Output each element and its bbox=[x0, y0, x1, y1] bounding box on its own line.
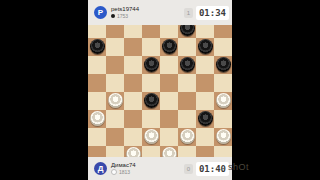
square-e7[interactable] bbox=[160, 38, 178, 56]
square-g4[interactable] bbox=[196, 92, 214, 110]
square-h7[interactable] bbox=[214, 38, 232, 56]
player-clock: 01:40 bbox=[196, 162, 229, 176]
white-man-d2[interactable] bbox=[144, 129, 159, 144]
opponent-info: pets19744 1753 bbox=[111, 6, 184, 19]
square-h3[interactable] bbox=[214, 110, 232, 128]
player-name: Димас74 bbox=[111, 162, 184, 168]
square-e6[interactable] bbox=[160, 56, 178, 74]
square-b3[interactable] bbox=[106, 110, 124, 128]
square-d7[interactable] bbox=[142, 38, 160, 56]
white-man-f2[interactable] bbox=[180, 129, 195, 144]
square-a7[interactable] bbox=[88, 38, 106, 56]
square-c2[interactable] bbox=[124, 128, 142, 146]
square-g5[interactable] bbox=[196, 74, 214, 92]
square-a5[interactable] bbox=[88, 74, 106, 92]
square-b6[interactable] bbox=[106, 56, 124, 74]
square-d3[interactable] bbox=[142, 110, 160, 128]
square-c6[interactable] bbox=[124, 56, 142, 74]
square-g3[interactable] bbox=[196, 110, 214, 128]
white-man-b4[interactable] bbox=[108, 93, 123, 108]
player-rating: 1813 bbox=[119, 170, 130, 175]
black-man-e7[interactable] bbox=[162, 39, 177, 54]
square-g6[interactable] bbox=[196, 56, 214, 74]
square-b7[interactable] bbox=[106, 38, 124, 56]
watermark: shOt bbox=[228, 162, 249, 172]
black-man-d4[interactable] bbox=[144, 93, 159, 108]
square-d2[interactable] bbox=[142, 128, 160, 146]
square-a6[interactable] bbox=[88, 56, 106, 74]
opponent-bar: P pets19744 1753 1 01:34 bbox=[88, 0, 232, 25]
square-f4[interactable] bbox=[178, 92, 196, 110]
square-d5[interactable] bbox=[142, 74, 160, 92]
square-c4[interactable] bbox=[124, 92, 142, 110]
game-video-area: P pets19744 1753 1 01:34 Д Димас74 1813 … bbox=[88, 0, 232, 180]
square-h2[interactable] bbox=[214, 128, 232, 146]
player-score-badge: 0 bbox=[184, 164, 193, 174]
checkers-board[interactable] bbox=[88, 20, 232, 164]
square-a2[interactable] bbox=[88, 128, 106, 146]
opponent-avatar[interactable]: P bbox=[94, 6, 107, 19]
black-man-d6[interactable] bbox=[144, 57, 159, 72]
square-f5[interactable] bbox=[178, 74, 196, 92]
square-h4[interactable] bbox=[214, 92, 232, 110]
square-b5[interactable] bbox=[106, 74, 124, 92]
player-bar: Д Димас74 1813 0 01:40 bbox=[88, 157, 232, 180]
screenshot-stage: P pets19744 1753 1 01:34 Д Димас74 1813 … bbox=[0, 0, 320, 180]
square-a4[interactable] bbox=[88, 92, 106, 110]
opponent-score-badge: 1 bbox=[184, 8, 193, 18]
square-c5[interactable] bbox=[124, 74, 142, 92]
white-man-h4[interactable] bbox=[216, 93, 231, 108]
square-f2[interactable] bbox=[178, 128, 196, 146]
opponent-rating: 1753 bbox=[117, 14, 128, 19]
square-b2[interactable] bbox=[106, 128, 124, 146]
player-avatar[interactable]: Д bbox=[94, 162, 107, 175]
square-g7[interactable] bbox=[196, 38, 214, 56]
black-man-h6[interactable] bbox=[216, 57, 231, 72]
black-man-g7[interactable] bbox=[198, 39, 213, 54]
square-c3[interactable] bbox=[124, 110, 142, 128]
square-b4[interactable] bbox=[106, 92, 124, 110]
black-color-dot-icon bbox=[111, 14, 115, 18]
opponent-name: pets19744 bbox=[111, 6, 184, 12]
black-man-f6[interactable] bbox=[180, 57, 195, 72]
square-f7[interactable] bbox=[178, 38, 196, 56]
player-info: Димас74 1813 bbox=[111, 162, 184, 176]
square-d6[interactable] bbox=[142, 56, 160, 74]
white-man-a3[interactable] bbox=[90, 111, 105, 126]
square-e4[interactable] bbox=[160, 92, 178, 110]
opponent-clock: 01:34 bbox=[196, 6, 229, 20]
square-e5[interactable] bbox=[160, 74, 178, 92]
black-man-g3[interactable] bbox=[198, 111, 213, 126]
square-a3[interactable] bbox=[88, 110, 106, 128]
white-color-dot-icon bbox=[111, 169, 117, 175]
square-h6[interactable] bbox=[214, 56, 232, 74]
white-man-h2[interactable] bbox=[216, 129, 231, 144]
square-f3[interactable] bbox=[178, 110, 196, 128]
square-e3[interactable] bbox=[160, 110, 178, 128]
square-d4[interactable] bbox=[142, 92, 160, 110]
black-man-a7[interactable] bbox=[90, 39, 105, 54]
square-c7[interactable] bbox=[124, 38, 142, 56]
square-g2[interactable] bbox=[196, 128, 214, 146]
square-h5[interactable] bbox=[214, 74, 232, 92]
square-f6[interactable] bbox=[178, 56, 196, 74]
square-e2[interactable] bbox=[160, 128, 178, 146]
